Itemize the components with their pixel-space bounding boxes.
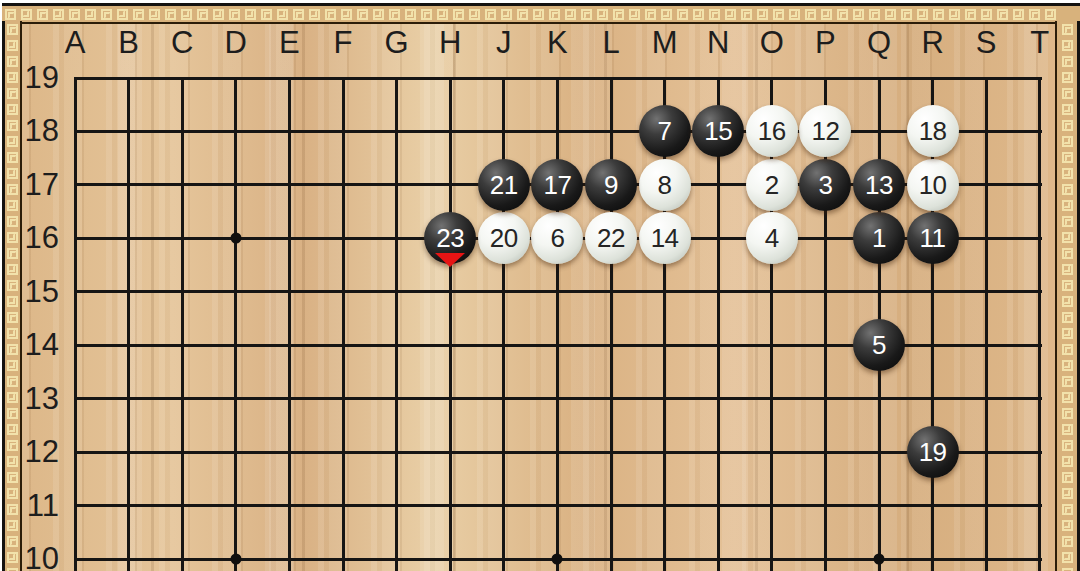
- meander-key-icon: [149, 9, 160, 20]
- meander-key-icon: [1062, 248, 1073, 259]
- meander-key-icon: [7, 152, 18, 163]
- meander-key-icon: [693, 9, 704, 20]
- meander-key-icon: [869, 9, 880, 20]
- meander-key-icon: [773, 9, 784, 20]
- stone-white-14-M16: 14: [639, 212, 691, 264]
- stone-number: 1: [872, 225, 886, 251]
- meander-key-icon: [645, 9, 656, 20]
- meander-key-icon: [469, 9, 480, 20]
- meander-key-icon: [133, 9, 144, 20]
- meander-key-icon: [85, 9, 96, 20]
- row-label-12: 12: [13, 434, 59, 470]
- goban[interactable]: ABCDEFGHJKLMNOPQRST 19181716151413121110…: [0, 0, 1080, 571]
- grid-line-vertical: [556, 78, 559, 571]
- meander-key-icon: [1062, 72, 1073, 83]
- star-point: [552, 554, 563, 565]
- meander-key-icon: [1062, 552, 1073, 563]
- meander-key-icon: [453, 9, 464, 20]
- grid-line-vertical: [1038, 78, 1041, 571]
- meander-key-icon: [181, 9, 192, 20]
- meander-key-icon: [1062, 472, 1073, 483]
- meander-key-icon: [101, 9, 112, 20]
- star-point: [874, 554, 885, 565]
- meander-key-icon: [421, 9, 432, 20]
- meander-key-icon: [965, 9, 976, 20]
- stone-white-6-K16: 6: [531, 212, 583, 264]
- meander-key-icon: [1013, 9, 1024, 20]
- row-label-13: 13: [13, 381, 59, 417]
- meander-key-icon: [37, 9, 48, 20]
- stone-white-10-R17: 10: [907, 159, 959, 211]
- meander-key-icon: [629, 9, 640, 20]
- col-label-O: O: [760, 25, 784, 61]
- col-label-B: B: [118, 25, 139, 61]
- meander-key-icon: [949, 9, 960, 20]
- meander-key-icon: [1062, 504, 1073, 515]
- stone-number: 5: [872, 332, 886, 358]
- stone-white-2-O17: 2: [746, 159, 798, 211]
- meander-key-icon: [261, 9, 272, 20]
- meander-key-icon: [1062, 376, 1073, 387]
- grid-line-horizontal: [74, 451, 1042, 454]
- meander-key-icon: [1062, 520, 1073, 531]
- meander-key-icon: [1045, 9, 1056, 20]
- meander-key-icon: [69, 9, 80, 20]
- grid-line-vertical: [234, 78, 237, 571]
- meander-key-icon: [901, 9, 912, 20]
- meander-key-icon: [1062, 280, 1073, 291]
- row-label-18: 18: [13, 113, 59, 149]
- stone-number: 12: [811, 118, 839, 144]
- meander-key-icon: [309, 9, 320, 20]
- stone-number: 10: [919, 172, 947, 198]
- grid-line-vertical: [395, 78, 398, 571]
- meander-key-icon: [1062, 136, 1073, 147]
- meander-key-icon: [405, 9, 416, 20]
- col-label-H: H: [439, 25, 461, 61]
- stone-white-22-L16: 22: [585, 212, 637, 264]
- screenshot-edge-left: [0, 0, 2, 571]
- meander-key-icon: [1029, 9, 1040, 20]
- stone-number: 23: [436, 225, 464, 251]
- stone-black-21-J17: 21: [478, 159, 530, 211]
- board-frame-top-meander: [2, 3, 1080, 24]
- grid-line-vertical: [74, 78, 77, 571]
- meander-key-icon: [853, 9, 864, 20]
- meander-key-icon: [613, 9, 624, 20]
- grid-line-vertical: [181, 78, 184, 571]
- col-label-F: F: [334, 25, 353, 61]
- meander-key-icon: [1062, 488, 1073, 499]
- stone-number: 20: [490, 225, 518, 251]
- grid-line-vertical: [288, 78, 291, 571]
- meander-key-icon: [293, 9, 304, 20]
- stone-white-8-M17: 8: [639, 159, 691, 211]
- meander-key-icon: [357, 9, 368, 20]
- stone-number: 22: [597, 225, 625, 251]
- meander-key-icon: [805, 9, 816, 20]
- col-label-M: M: [652, 25, 678, 61]
- meander-key-icon: [533, 9, 544, 20]
- grid-line-horizontal: [74, 77, 1042, 80]
- meander-key-icon: [485, 9, 496, 20]
- stone-black-9-L17: 9: [585, 159, 637, 211]
- stone-black-11-R16: 11: [907, 212, 959, 264]
- meander-key-icon: [661, 9, 672, 20]
- last-move-triangle-icon: [435, 253, 465, 267]
- meander-key-icon: [1062, 424, 1073, 435]
- meander-key-icon: [549, 9, 560, 20]
- meander-key-icon: [437, 9, 448, 20]
- meander-key-icon: [1062, 56, 1073, 67]
- stone-white-20-J16: 20: [478, 212, 530, 264]
- meander-key-icon: [1062, 408, 1073, 419]
- stone-number: 21: [490, 172, 518, 198]
- grid-line-vertical: [342, 78, 345, 571]
- meander-key-icon: [21, 9, 32, 20]
- meander-key-icon: [325, 9, 336, 20]
- meander-key-icon: [213, 9, 224, 20]
- meander-key-icon: [1062, 232, 1073, 243]
- meander-key-icon: [1062, 440, 1073, 451]
- meander-key-icon: [1062, 104, 1073, 115]
- meander-key-icon: [757, 9, 768, 20]
- meander-key-icon: [517, 9, 528, 20]
- meander-key-icon: [1062, 88, 1073, 99]
- star-point: [230, 554, 241, 565]
- meander-key-icon: [245, 9, 256, 20]
- meander-key-icon: [165, 9, 176, 20]
- grid-line-horizontal: [74, 130, 1042, 133]
- col-label-G: G: [385, 25, 409, 61]
- stone-white-16-O18: 16: [746, 105, 798, 157]
- stone-number: 11: [920, 225, 946, 251]
- meander-key-icon: [1062, 312, 1073, 323]
- stone-number: 7: [658, 118, 672, 144]
- col-label-J: J: [496, 25, 512, 61]
- board-frame-right-meander: [1055, 21, 1080, 571]
- meander-key-icon: [1062, 200, 1073, 211]
- col-label-A: A: [65, 25, 86, 61]
- stone-black-5-Q14: 5: [853, 319, 905, 371]
- meander-key-icon: [117, 9, 128, 20]
- star-point: [230, 233, 241, 244]
- stone-white-4-O16: 4: [746, 212, 798, 264]
- stone-number: 16: [758, 118, 786, 144]
- meander-key-icon: [341, 9, 352, 20]
- meander-key-icon: [677, 9, 688, 20]
- meander-key-icon: [1062, 184, 1073, 195]
- row-label-16: 16: [13, 220, 59, 256]
- meander-key-icon: [789, 9, 800, 20]
- meander-key-icon: [709, 9, 720, 20]
- grid-line-horizontal: [74, 504, 1042, 507]
- col-label-E: E: [279, 25, 300, 61]
- meander-key-icon: [197, 9, 208, 20]
- meander-key-icon: [373, 9, 384, 20]
- row-label-15: 15: [13, 274, 59, 310]
- meander-key-icon: [7, 40, 18, 51]
- meander-key-icon: [5, 9, 16, 20]
- meander-key-icon: [997, 9, 1008, 20]
- meander-key-icon: [1062, 168, 1073, 179]
- stone-black-3-P17: 3: [799, 159, 851, 211]
- meander-key-icon: [501, 9, 512, 20]
- meander-key-icon: [1062, 360, 1073, 371]
- col-label-D: D: [225, 25, 247, 61]
- meander-key-icon: [1062, 152, 1073, 163]
- col-label-S: S: [976, 25, 997, 61]
- grid-line-vertical: [127, 78, 130, 571]
- meander-key-icon: [1062, 536, 1073, 547]
- grid-line-vertical: [449, 78, 452, 571]
- stone-number: 6: [550, 225, 564, 251]
- stone-number: 9: [604, 172, 618, 198]
- meander-key-icon: [933, 9, 944, 20]
- grid-line-vertical: [502, 78, 505, 571]
- stone-number: 4: [765, 225, 779, 251]
- stone-black-19-R12: 19: [907, 426, 959, 478]
- stone-black-13-Q17: 13: [853, 159, 905, 211]
- meander-key-icon: [981, 9, 992, 20]
- meander-key-icon: [7, 312, 18, 323]
- stone-black-23-H16: 23: [424, 212, 476, 264]
- col-label-K: K: [547, 25, 568, 61]
- grid-line-vertical: [985, 78, 988, 571]
- meander-key-icon: [1062, 328, 1073, 339]
- col-label-R: R: [921, 25, 943, 61]
- meander-key-icon: [725, 9, 736, 20]
- meander-key-icon: [229, 9, 240, 20]
- meander-key-icon: [741, 9, 752, 20]
- meander-key-icon: [1062, 264, 1073, 275]
- meander-key-icon: [277, 9, 288, 20]
- meander-key-icon: [1062, 456, 1073, 467]
- stone-black-7-M18: 7: [639, 105, 691, 157]
- meander-key-icon: [837, 9, 848, 20]
- meander-key-icon: [389, 9, 400, 20]
- stone-number: 2: [765, 172, 779, 198]
- grid-line-vertical: [610, 78, 613, 571]
- meander-key-icon: [7, 24, 18, 35]
- meander-key-icon: [821, 9, 832, 20]
- col-label-L: L: [602, 25, 619, 61]
- meander-key-icon: [1062, 216, 1073, 227]
- meander-key-icon: [1062, 120, 1073, 131]
- screenshot-edge-top: [0, 0, 1080, 3]
- stone-black-15-N18: 15: [692, 105, 744, 157]
- row-label-14: 14: [13, 327, 59, 363]
- stone-number: 8: [658, 172, 672, 198]
- stone-number: 15: [704, 118, 732, 144]
- col-label-N: N: [707, 25, 729, 61]
- meander-key-icon: [597, 9, 608, 20]
- meander-key-icon: [1062, 296, 1073, 307]
- col-label-T: T: [1030, 25, 1049, 61]
- stone-number: 17: [543, 172, 571, 198]
- meander-key-icon: [917, 9, 928, 20]
- meander-key-icon: [7, 472, 18, 483]
- meander-key-icon: [885, 9, 896, 20]
- meander-key-icon: [1062, 392, 1073, 403]
- grid-line-horizontal: [74, 290, 1042, 293]
- col-label-C: C: [171, 25, 193, 61]
- col-label-P: P: [815, 25, 836, 61]
- meander-key-icon: [53, 9, 64, 20]
- grid-line-horizontal: [74, 397, 1042, 400]
- meander-key-icon: [581, 9, 592, 20]
- row-label-19: 19: [13, 60, 59, 96]
- stone-number: 14: [651, 225, 679, 251]
- stone-black-17-K17: 17: [531, 159, 583, 211]
- stone-number: 3: [818, 172, 832, 198]
- stone-white-18-R18: 18: [907, 105, 959, 157]
- meander-key-icon: [1062, 40, 1073, 51]
- row-label-17: 17: [13, 167, 59, 203]
- stone-white-12-P18: 12: [799, 105, 851, 157]
- meander-key-icon: [565, 9, 576, 20]
- stone-number: 19: [919, 439, 947, 465]
- row-label-10: 10: [13, 541, 59, 571]
- row-label-11: 11: [13, 488, 59, 524]
- stone-black-1-Q16: 1: [853, 212, 905, 264]
- col-label-Q: Q: [867, 25, 891, 61]
- go-board-screenshot: ABCDEFGHJKLMNOPQRST 19181716151413121110…: [0, 0, 1080, 571]
- meander-key-icon: [1062, 344, 1073, 355]
- stone-number: 18: [919, 118, 947, 144]
- meander-key-icon: [1062, 24, 1073, 35]
- stone-number: 13: [865, 172, 893, 198]
